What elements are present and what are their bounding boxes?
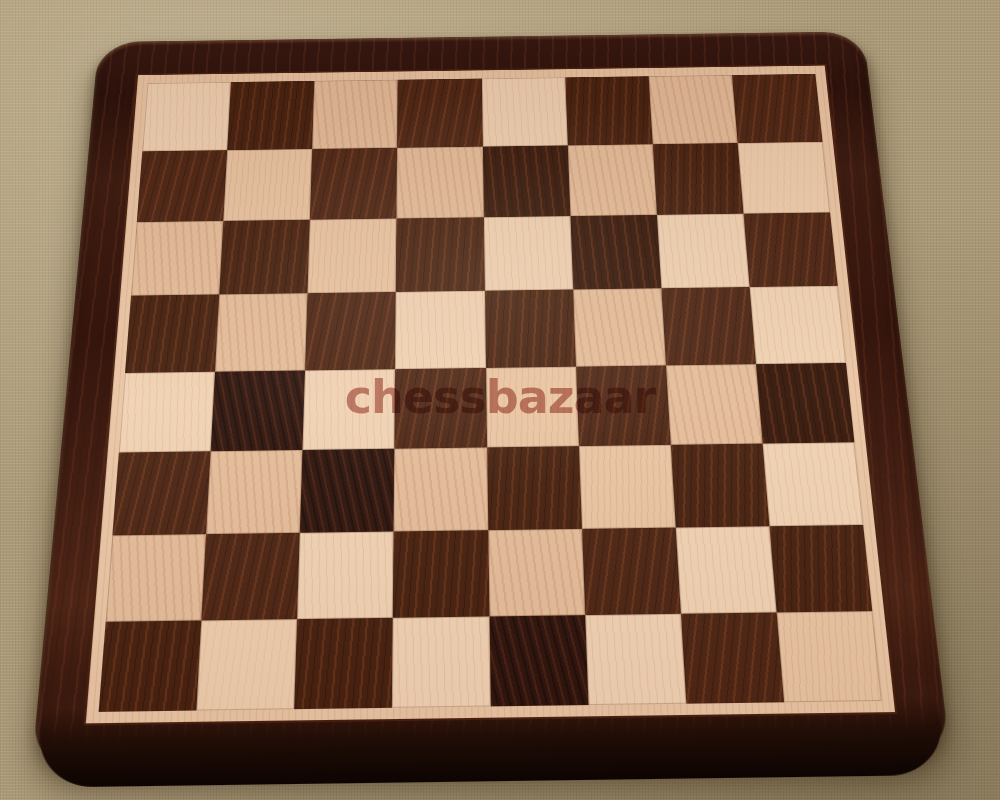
square-d2 bbox=[393, 530, 489, 618]
photo-background-fabric: chessbazaar bbox=[0, 0, 1000, 800]
square-b4 bbox=[211, 370, 305, 451]
square-e8 bbox=[481, 77, 567, 146]
square-g2 bbox=[675, 526, 776, 614]
square-d1 bbox=[392, 616, 490, 707]
square-b7 bbox=[223, 149, 312, 221]
square-f5 bbox=[573, 289, 666, 367]
square-h7 bbox=[738, 142, 831, 214]
square-c2 bbox=[297, 531, 394, 619]
square-e3 bbox=[487, 446, 582, 530]
square-c4 bbox=[303, 369, 396, 450]
square-a6 bbox=[131, 221, 223, 296]
square-g6 bbox=[657, 214, 750, 289]
square-g7 bbox=[652, 143, 743, 215]
square-a8 bbox=[142, 82, 231, 151]
square-d3 bbox=[394, 447, 488, 531]
square-b5 bbox=[215, 293, 308, 371]
board-border-strip bbox=[83, 64, 897, 725]
square-c5 bbox=[305, 292, 396, 370]
square-f7 bbox=[567, 144, 656, 216]
square-b1 bbox=[197, 619, 298, 711]
square-g8 bbox=[648, 75, 737, 144]
square-h6 bbox=[743, 213, 837, 288]
square-a4 bbox=[119, 371, 215, 452]
square-d8 bbox=[397, 79, 482, 148]
square-h8 bbox=[732, 74, 823, 143]
square-h3 bbox=[762, 442, 863, 526]
square-g3 bbox=[671, 443, 770, 527]
square-b2 bbox=[201, 533, 300, 621]
square-f2 bbox=[582, 527, 681, 615]
square-e6 bbox=[483, 216, 572, 291]
square-c7 bbox=[310, 148, 397, 220]
square-a7 bbox=[137, 150, 228, 222]
square-f6 bbox=[570, 215, 661, 290]
square-a2 bbox=[106, 534, 207, 622]
square-h2 bbox=[769, 525, 872, 613]
square-b6 bbox=[219, 220, 310, 295]
square-f1 bbox=[585, 614, 686, 705]
square-c6 bbox=[308, 219, 397, 294]
square-d7 bbox=[397, 147, 484, 219]
square-c8 bbox=[312, 80, 398, 149]
square-d6 bbox=[396, 217, 484, 292]
board-grid bbox=[99, 74, 882, 712]
square-h1 bbox=[776, 611, 881, 702]
square-h5 bbox=[750, 286, 846, 364]
square-g1 bbox=[681, 612, 784, 703]
square-g5 bbox=[661, 287, 756, 365]
square-e7 bbox=[482, 146, 570, 218]
square-f3 bbox=[579, 445, 676, 529]
chessboard bbox=[31, 31, 951, 772]
square-a1 bbox=[99, 620, 202, 712]
square-c1 bbox=[294, 618, 393, 710]
square-h4 bbox=[756, 362, 855, 443]
square-g4 bbox=[666, 364, 763, 445]
square-d5 bbox=[395, 291, 485, 369]
square-d4 bbox=[395, 368, 487, 449]
square-b8 bbox=[227, 81, 314, 150]
square-e2 bbox=[488, 529, 585, 617]
square-e5 bbox=[484, 290, 575, 368]
square-b3 bbox=[206, 450, 303, 534]
square-c3 bbox=[300, 448, 395, 532]
square-f8 bbox=[565, 76, 653, 145]
square-a5 bbox=[125, 295, 219, 373]
square-e1 bbox=[489, 615, 588, 706]
square-e4 bbox=[486, 366, 579, 447]
square-a3 bbox=[112, 451, 210, 535]
square-f4 bbox=[576, 365, 671, 446]
